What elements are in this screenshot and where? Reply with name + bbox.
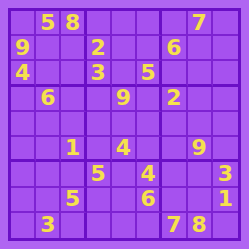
cell-r9c4-empty[interactable] xyxy=(87,213,112,238)
cell-r9c7-given[interactable]: 7 xyxy=(162,213,187,238)
cell-r3c7-empty[interactable] xyxy=(162,61,187,86)
cell-r1c2-given[interactable]: 5 xyxy=(36,11,61,36)
cell-r6c4-empty[interactable] xyxy=(87,137,112,162)
cell-r7c5-empty[interactable] xyxy=(112,162,137,187)
cell-r4c8-empty[interactable] xyxy=(188,87,213,112)
cell-r4c7-given[interactable]: 2 xyxy=(162,87,187,112)
cell-r2c9-empty[interactable] xyxy=(213,36,238,61)
cell-r5c9-empty[interactable] xyxy=(213,112,238,137)
cell-r6c6-empty[interactable] xyxy=(137,137,162,162)
cell-r5c3-empty[interactable] xyxy=(61,112,86,137)
cell-r1c7-empty[interactable] xyxy=(162,11,187,36)
cell-r2c4-given[interactable]: 2 xyxy=(87,36,112,61)
cell-r4c2-given[interactable]: 6 xyxy=(36,87,61,112)
cell-r4c4-empty[interactable] xyxy=(87,87,112,112)
cell-r8c1-empty[interactable] xyxy=(11,188,36,213)
cell-r3c6-given[interactable]: 5 xyxy=(137,61,162,86)
cell-r5c2-empty[interactable] xyxy=(36,112,61,137)
cell-r6c1-empty[interactable] xyxy=(11,137,36,162)
cell-r2c5-empty[interactable] xyxy=(112,36,137,61)
cell-r6c9-empty[interactable] xyxy=(213,137,238,162)
cell-r4c1-empty[interactable] xyxy=(11,87,36,112)
cell-r3c2-empty[interactable] xyxy=(36,61,61,86)
cell-r5c5-empty[interactable] xyxy=(112,112,137,137)
cell-r5c4-empty[interactable] xyxy=(87,112,112,137)
cell-r9c5-empty[interactable] xyxy=(112,213,137,238)
cell-r7c9-given[interactable]: 3 xyxy=(213,162,238,187)
cell-r1c1-empty[interactable] xyxy=(11,11,36,36)
cell-r9c6-empty[interactable] xyxy=(137,213,162,238)
cell-r2c8-empty[interactable] xyxy=(188,36,213,61)
cell-r7c6-given[interactable]: 4 xyxy=(137,162,162,187)
cell-r7c1-empty[interactable] xyxy=(11,162,36,187)
cell-r2c1-given[interactable]: 9 xyxy=(11,36,36,61)
cell-r6c5-given[interactable]: 4 xyxy=(112,137,137,162)
cell-r1c8-given[interactable]: 7 xyxy=(188,11,213,36)
cell-r7c4-given[interactable]: 5 xyxy=(87,162,112,187)
cell-r8c5-empty[interactable] xyxy=(112,188,137,213)
cell-r2c6-empty[interactable] xyxy=(137,36,162,61)
cell-r3c3-empty[interactable] xyxy=(61,61,86,86)
cell-r6c7-empty[interactable] xyxy=(162,137,187,162)
cell-r3c4-given[interactable]: 3 xyxy=(87,61,112,86)
cell-r8c8-empty[interactable] xyxy=(188,188,213,213)
cell-r4c9-empty[interactable] xyxy=(213,87,238,112)
cell-r2c7-given[interactable]: 6 xyxy=(162,36,187,61)
cell-r6c2-empty[interactable] xyxy=(36,137,61,162)
cell-r3c1-given[interactable]: 4 xyxy=(11,61,36,86)
cell-r6c8-given[interactable]: 9 xyxy=(188,137,213,162)
cell-r7c2-empty[interactable] xyxy=(36,162,61,187)
cell-r4c3-empty[interactable] xyxy=(61,87,86,112)
cell-r4c5-given[interactable]: 9 xyxy=(112,87,137,112)
cell-r5c7-empty[interactable] xyxy=(162,112,187,137)
cell-r5c6-empty[interactable] xyxy=(137,112,162,137)
cell-r1c6-empty[interactable] xyxy=(137,11,162,36)
cell-r3c8-empty[interactable] xyxy=(188,61,213,86)
cell-r8c4-empty[interactable] xyxy=(87,188,112,213)
cell-r1c4-empty[interactable] xyxy=(87,11,112,36)
cell-r4c6-empty[interactable] xyxy=(137,87,162,112)
cell-r5c1-empty[interactable] xyxy=(11,112,36,137)
cell-r8c2-empty[interactable] xyxy=(36,188,61,213)
cell-r8c9-given[interactable]: 1 xyxy=(213,188,238,213)
cell-r8c7-empty[interactable] xyxy=(162,188,187,213)
cell-r1c5-empty[interactable] xyxy=(112,11,137,36)
cell-r2c3-empty[interactable] xyxy=(61,36,86,61)
cell-r7c8-empty[interactable] xyxy=(188,162,213,187)
cell-r9c9-empty[interactable] xyxy=(213,213,238,238)
cell-r9c8-given[interactable]: 8 xyxy=(188,213,213,238)
cell-r2c2-empty[interactable] xyxy=(36,36,61,61)
cell-r5c8-empty[interactable] xyxy=(188,112,213,137)
cell-r7c7-empty[interactable] xyxy=(162,162,187,187)
cell-r7c3-empty[interactable] xyxy=(61,162,86,187)
cell-r6c3-given[interactable]: 1 xyxy=(61,137,86,162)
cell-r3c5-empty[interactable] xyxy=(112,61,137,86)
cell-r8c3-given[interactable]: 5 xyxy=(61,188,86,213)
cell-r9c3-empty[interactable] xyxy=(61,213,86,238)
cell-r1c3-given[interactable]: 8 xyxy=(61,11,86,36)
cell-r9c2-given[interactable]: 3 xyxy=(36,213,61,238)
sudoku-page: 587926435692149543561378 xyxy=(0,0,249,249)
cell-r1c9-empty[interactable] xyxy=(213,11,238,36)
sudoku-board: 587926435692149543561378 xyxy=(8,8,241,241)
cell-r3c9-empty[interactable] xyxy=(213,61,238,86)
cell-r9c1-empty[interactable] xyxy=(11,213,36,238)
cell-r8c6-given[interactable]: 6 xyxy=(137,188,162,213)
